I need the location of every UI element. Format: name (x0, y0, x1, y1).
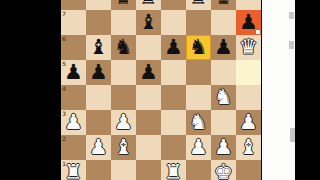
square-e6[interactable]: ♟ (161, 35, 186, 60)
square-h8[interactable] (236, 0, 261, 10)
square-f4[interactable] (186, 85, 211, 110)
piece-white-pawn[interactable]: ♟ (186, 135, 211, 160)
piece-white-pawn[interactable]: ♟ (211, 135, 236, 160)
square-d6[interactable] (136, 35, 161, 60)
square-c8[interactable]: ♛ (111, 0, 136, 10)
square-c1[interactable] (111, 160, 136, 180)
square-b3[interactable] (86, 110, 111, 135)
letterbox-bar (295, 0, 320, 180)
square-d5[interactable]: ♟ (136, 60, 161, 85)
square-e8[interactable] (161, 0, 186, 10)
move-indicator-dot (256, 30, 260, 34)
square-a7[interactable]: 7 (61, 10, 86, 35)
square-d8[interactable]: ♜ (136, 0, 161, 10)
square-g7[interactable] (211, 10, 236, 35)
piece-black-bishop[interactable]: ♝ (136, 10, 161, 35)
piece-black-pawn[interactable]: ♟ (161, 35, 186, 60)
square-e2[interactable] (161, 135, 186, 160)
square-d2[interactable] (136, 135, 161, 160)
piece-white-pawn[interactable]: ♟ (236, 110, 261, 135)
rank-label-7: 7 (62, 11, 66, 17)
piece-black-rook[interactable]: ♜ (136, 0, 161, 10)
square-g1[interactable]: ♚ (211, 160, 236, 180)
rank-label-2: 2 (62, 136, 66, 142)
piece-black-knight[interactable]: ♞ (186, 35, 211, 60)
square-h7[interactable]: ♟ (236, 10, 261, 35)
square-b5[interactable]: ♟ (86, 60, 111, 85)
piece-black-king[interactable]: ♚ (211, 0, 236, 10)
square-h2[interactable]: ♝ (236, 135, 261, 160)
piece-white-bishop[interactable]: ♝ (236, 135, 261, 160)
piece-white-bishop[interactable]: ♝ (111, 135, 136, 160)
panel-text-fragment (289, 41, 294, 49)
square-h5[interactable] (236, 60, 261, 85)
piece-white-knight[interactable]: ♞ (186, 110, 211, 135)
square-h1[interactable] (236, 160, 261, 180)
piece-black-queen[interactable]: ♛ (111, 0, 136, 10)
piece-white-pawn[interactable]: ♟ (86, 135, 111, 160)
square-a4[interactable]: 4 (61, 85, 86, 110)
piece-white-pawn[interactable]: ♟ (61, 110, 86, 135)
square-d4[interactable] (136, 85, 161, 110)
square-f5[interactable] (186, 60, 211, 85)
side-panel (262, 0, 295, 180)
square-f3[interactable]: ♞ (186, 110, 211, 135)
square-a2[interactable]: 2 (61, 135, 86, 160)
square-f7[interactable] (186, 10, 211, 35)
piece-black-pawn[interactable]: ♟ (136, 60, 161, 85)
square-c6[interactable]: ♞ (111, 35, 136, 60)
square-h6[interactable]: ♛ (236, 35, 261, 60)
piece-black-bishop[interactable]: ♝ (86, 35, 111, 60)
square-b8[interactable] (86, 0, 111, 10)
square-g5[interactable] (211, 60, 236, 85)
piece-black-pawn[interactable]: ♟ (211, 35, 236, 60)
square-b6[interactable]: ♝ (86, 35, 111, 60)
square-d1[interactable] (136, 160, 161, 180)
piece-white-pawn[interactable]: ♟ (111, 110, 136, 135)
square-h4[interactable] (236, 85, 261, 110)
piece-white-knight[interactable]: ♞ (211, 85, 236, 110)
square-d7[interactable]: ♝ (136, 10, 161, 35)
square-f1[interactable] (186, 160, 211, 180)
piece-black-pawn[interactable]: ♟ (61, 60, 86, 85)
piece-black-rook[interactable]: ♜ (186, 0, 211, 10)
square-b7[interactable] (86, 10, 111, 35)
square-b4[interactable] (86, 85, 111, 110)
square-f2[interactable]: ♟ (186, 135, 211, 160)
square-c3[interactable]: ♟ (111, 110, 136, 135)
panel-text-fragment (289, 12, 294, 19)
chess-board[interactable]: 8♛♜♜♚7♝♟6♝♞♟♞♟♛5♟♟♟4♞3♟♟♞♟2♟♝♟♟♝1♜♜♚ (61, 0, 261, 180)
piece-black-knight[interactable]: ♞ (111, 35, 136, 60)
square-c2[interactable]: ♝ (111, 135, 136, 160)
square-e1[interactable]: ♜ (161, 160, 186, 180)
rank-label-4: 4 (62, 86, 66, 92)
piece-white-rook[interactable]: ♜ (161, 160, 186, 180)
square-g8[interactable]: ♚ (211, 0, 236, 10)
square-f8[interactable]: ♜ (186, 0, 211, 10)
square-a3[interactable]: 3♟ (61, 110, 86, 135)
square-a8[interactable]: 8 (61, 0, 86, 10)
square-h3[interactable]: ♟ (236, 110, 261, 135)
square-e7[interactable] (161, 10, 186, 35)
piece-white-king[interactable]: ♚ (211, 160, 236, 180)
rank-label-6: 6 (62, 36, 66, 42)
square-a5[interactable]: 5♟ (61, 60, 86, 85)
square-c4[interactable] (111, 85, 136, 110)
square-g4[interactable]: ♞ (211, 85, 236, 110)
square-a6[interactable]: 6 (61, 35, 86, 60)
square-e4[interactable] (161, 85, 186, 110)
square-d3[interactable] (136, 110, 161, 135)
square-a1[interactable]: 1♜ (61, 160, 86, 180)
square-c7[interactable] (111, 10, 136, 35)
square-g3[interactable] (211, 110, 236, 135)
square-b2[interactable]: ♟ (86, 135, 111, 160)
piece-black-pawn[interactable]: ♟ (86, 60, 111, 85)
video-frame: 8♛♜♜♚7♝♟6♝♞♟♞♟♛5♟♟♟4♞3♟♟♞♟2♟♝♟♟♝1♜♜♚ (0, 0, 320, 180)
square-g2[interactable]: ♟ (211, 135, 236, 160)
square-f6[interactable]: ♞ (186, 35, 211, 60)
piece-white-queen[interactable]: ♛ (236, 35, 261, 60)
square-e5[interactable] (161, 60, 186, 85)
square-g6[interactable]: ♟ (211, 35, 236, 60)
piece-white-rook[interactable]: ♜ (61, 160, 86, 180)
square-c5[interactable] (111, 60, 136, 85)
square-b1[interactable] (86, 160, 111, 180)
square-e3[interactable] (161, 110, 186, 135)
